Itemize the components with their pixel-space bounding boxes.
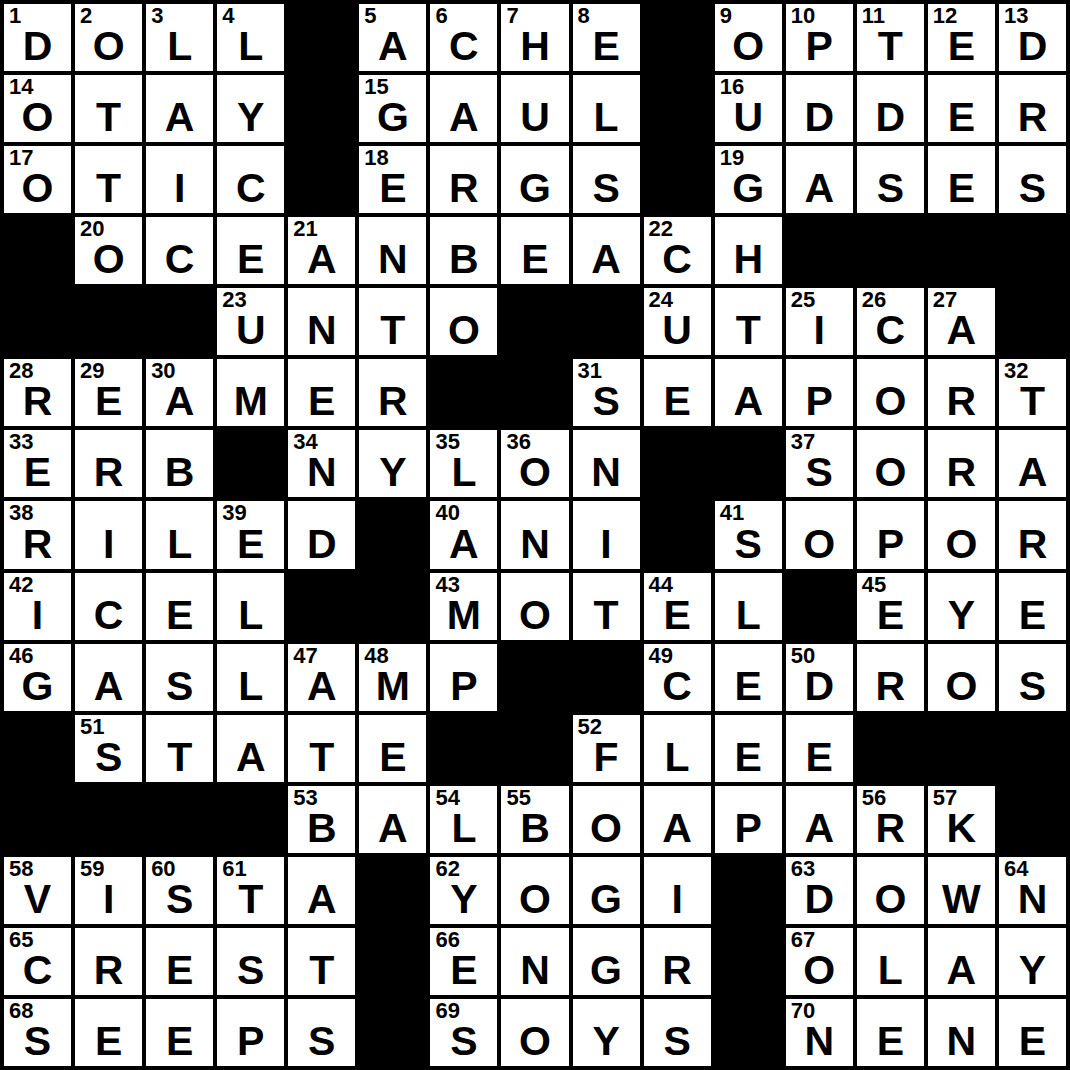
cell-r12c12[interactable]: A [786,786,853,853]
cell-r8c1[interactable]: 38R [4,501,71,568]
black-cell-r6c8 [501,359,568,426]
cell-letter: A [288,239,355,280]
cell-r6c2[interactable]: 29E [75,359,142,426]
cell-r1c1[interactable]: 1D [4,4,71,71]
cell-letter: O [75,239,142,280]
cell-r15c4[interactable]: P [217,999,284,1066]
cell-letter: R [4,524,71,565]
cell-r1c11[interactable]: 9O [715,4,782,71]
cell-r11c6[interactable]: E [359,715,426,782]
cell-letter: E [146,1021,213,1062]
cell-r1c12[interactable]: 10P [786,4,853,71]
cell-letter: O [857,381,924,422]
cell-r10c12[interactable]: 50D [786,644,853,711]
cell-r5c12[interactable]: 25I [786,288,853,355]
cell-letter: E [288,381,355,422]
cell-r12c10[interactable]: A [644,786,711,853]
black-cell-r8c6 [359,501,426,568]
cell-r13c10[interactable]: I [644,857,711,924]
cell-r13c14[interactable]: W [928,857,995,924]
cell-r9c14[interactable]: Y [928,573,995,640]
cell-r12c11[interactable]: P [715,786,782,853]
cell-r4c3[interactable]: C [146,217,213,284]
cell-r14c14[interactable]: A [928,928,995,995]
clue-number: 25 [791,289,815,311]
cell-r2c2[interactable]: T [75,75,142,142]
cell-r12c8[interactable]: 55B [501,786,568,853]
cell-letter: S [217,950,284,991]
cell-r15c1[interactable]: 68S [4,999,71,1066]
cell-r6c9[interactable]: 31S [573,359,640,426]
cell-r14c5[interactable]: T [288,928,355,995]
black-cell-r9c12 [786,573,853,640]
cell-r13c3[interactable]: 60S [146,857,213,924]
cell-r6c11[interactable]: A [715,359,782,426]
cell-r15c10[interactable]: S [644,999,711,1066]
cell-letter: S [999,666,1066,707]
cell-letter: A [928,950,995,991]
cell-r13c5[interactable]: A [288,857,355,924]
cell-r1c6[interactable]: 5A [359,4,426,71]
cell-r8c12[interactable]: O [786,501,853,568]
cell-r10c1[interactable]: 46G [4,644,71,711]
cell-r6c1[interactable]: 28R [4,359,71,426]
cell-r3c13[interactable]: S [857,146,924,213]
cell-r3c14[interactable]: E [928,146,995,213]
cell-r4c11[interactable]: H [715,217,782,284]
cell-r6c12[interactable]: P [786,359,853,426]
cell-letter: C [644,239,711,280]
cell-letter: E [4,452,71,493]
black-cell-r2c10 [644,75,711,142]
cell-r1c3[interactable]: 3L [146,4,213,71]
cell-letter: A [786,168,853,209]
cell-r2c8[interactable]: U [501,75,568,142]
cell-r14c10[interactable]: R [644,928,711,995]
cell-r11c5[interactable]: T [288,715,355,782]
cell-letter: A [644,808,711,849]
cell-r15c5[interactable]: S [288,999,355,1066]
cell-r9c1[interactable]: 42I [4,573,71,640]
cell-r2c9[interactable]: L [573,75,640,142]
black-cell-r5c1 [4,288,71,355]
cell-r9c4[interactable]: L [217,573,284,640]
cell-r12c9[interactable]: O [573,786,640,853]
cell-letter: B [501,808,568,849]
cell-r9c13[interactable]: 45E [857,573,924,640]
cell-r6c3[interactable]: 30A [146,359,213,426]
cell-r13c7[interactable]: 62Y [430,857,497,924]
black-cell-r5c3 [146,288,213,355]
cell-r10c13[interactable]: R [857,644,924,711]
cell-r4c4[interactable]: E [217,217,284,284]
cell-r5c6[interactable]: T [359,288,426,355]
cell-r9c2[interactable]: C [75,573,142,640]
cell-letter: S [430,1021,497,1062]
cell-letter: G [359,97,426,138]
cell-letter: E [786,737,853,778]
cell-letter: A [75,666,142,707]
black-cell-r11c1 [4,715,71,782]
cell-letter: E [715,666,782,707]
cell-letter: N [288,310,355,351]
cell-r9c8[interactable]: O [501,573,568,640]
cell-r15c12[interactable]: 70N [786,999,853,1066]
cell-r10c3[interactable]: S [146,644,213,711]
cell-r4c9[interactable]: A [573,217,640,284]
cell-letter: N [999,879,1066,920]
cell-letter: F [573,737,640,778]
cell-letter: C [217,168,284,209]
cell-r13c9[interactable]: G [573,857,640,924]
cell-r1c2[interactable]: 2O [75,4,142,71]
cell-r8c13[interactable]: P [857,501,924,568]
cell-r10c7[interactable]: P [430,644,497,711]
cell-r8c5[interactable]: D [288,501,355,568]
cell-r2c1[interactable]: 14O [4,75,71,142]
cell-letter: G [4,666,71,707]
cell-r7c1[interactable]: 33E [4,430,71,497]
cell-r1c13[interactable]: 11T [857,4,924,71]
cell-letter: L [146,524,213,565]
cell-letter: M [430,595,497,636]
black-cell-r3c10 [644,146,711,213]
black-cell-r12c4 [217,786,284,853]
cell-r4c8[interactable]: E [501,217,568,284]
cell-r3c9[interactable]: S [573,146,640,213]
cell-r14c8[interactable]: N [501,928,568,995]
black-cell-r5c15 [999,288,1066,355]
cell-r7c6[interactable]: Y [359,430,426,497]
cell-r11c3[interactable]: T [146,715,213,782]
cell-letter: R [857,666,924,707]
cell-letter: O [928,524,995,565]
cell-r7c13[interactable]: O [857,430,924,497]
cell-letter: E [857,595,924,636]
cell-r13c4[interactable]: 61T [217,857,284,924]
cell-r5c13[interactable]: 26C [857,288,924,355]
cell-r8c11[interactable]: 41S [715,501,782,568]
cell-r9c3[interactable]: E [146,573,213,640]
cell-r15c7[interactable]: 69S [430,999,497,1066]
cell-r12c6[interactable]: A [359,786,426,853]
cell-r2c11[interactable]: 16U [715,75,782,142]
cell-letter: O [501,595,568,636]
cell-letter: D [288,524,355,565]
cell-r5c14[interactable]: 27A [928,288,995,355]
cell-letter: L [430,452,497,493]
cell-r13c1[interactable]: 58V [4,857,71,924]
cell-r3c2[interactable]: T [75,146,142,213]
cell-r3c7[interactable]: R [430,146,497,213]
cell-letter: R [928,452,995,493]
cell-letter: N [501,524,568,565]
cell-letter: D [786,879,853,920]
cell-letter: D [999,26,1066,67]
cell-r14c3[interactable]: E [146,928,213,995]
cell-r8c4[interactable]: 39E [217,501,284,568]
cell-r15c15[interactable]: E [999,999,1066,1066]
cell-r2c13[interactable]: D [857,75,924,142]
cell-letter: O [501,1021,568,1062]
black-cell-r13c6 [359,857,426,924]
clue-number: 2 [80,5,92,27]
cell-r3c11[interactable]: 19G [715,146,782,213]
cell-letter: L [217,595,284,636]
black-cell-r1c10 [644,4,711,71]
cell-letter: K [928,808,995,849]
cell-letter: T [573,595,640,636]
cell-r13c12[interactable]: 63D [786,857,853,924]
black-cell-r12c3 [146,786,213,853]
cell-r4c6[interactable]: N [359,217,426,284]
cell-r7c7[interactable]: 35L [430,430,497,497]
cell-r10c2[interactable]: A [75,644,142,711]
cell-letter: L [217,26,284,67]
cell-r14c7[interactable]: 66E [430,928,497,995]
cell-r9c9[interactable]: T [573,573,640,640]
cell-r13c2[interactable]: 59I [75,857,142,924]
cell-letter: R [999,524,1066,565]
cell-r2c12[interactable]: D [786,75,853,142]
cell-r3c6[interactable]: 18E [359,146,426,213]
cell-r3c8[interactable]: G [501,146,568,213]
cell-r9c15[interactable]: E [999,573,1066,640]
cell-letter: L [857,950,924,991]
black-cell-r11c8 [501,715,568,782]
cell-r6c14[interactable]: R [928,359,995,426]
cell-r9c11[interactable]: L [715,573,782,640]
clue-number: 3 [151,5,163,27]
cell-r1c8[interactable]: 7H [501,4,568,71]
cell-letter: E [715,737,782,778]
cell-r13c13[interactable]: O [857,857,924,924]
black-cell-r11c14 [928,715,995,782]
cell-letter: V [4,879,71,920]
cell-r13c8[interactable]: O [501,857,568,924]
cell-r1c14[interactable]: 12E [928,4,995,71]
cell-letter: S [75,737,142,778]
cell-r14c1[interactable]: 65C [4,928,71,995]
cell-letter: R [857,808,924,849]
cell-r2c4[interactable]: Y [217,75,284,142]
cell-letter: L [217,666,284,707]
cell-r12c5[interactable]: 53B [288,786,355,853]
cell-r11c4[interactable]: A [217,715,284,782]
cell-letter: G [715,168,782,209]
cell-letter: O [4,97,71,138]
cell-r5c11[interactable]: T [715,288,782,355]
cell-r4c2[interactable]: 20O [75,217,142,284]
cell-r11c11[interactable]: E [715,715,782,782]
cell-r12c13[interactable]: 56R [857,786,924,853]
cell-r12c7[interactable]: 54L [430,786,497,853]
cell-r5c4[interactable]: 23U [217,288,284,355]
cell-letter: A [928,310,995,351]
cell-r6c5[interactable]: E [288,359,355,426]
cell-letter: R [999,97,1066,138]
cell-r5c7[interactable]: O [430,288,497,355]
cell-letter: P [786,26,853,67]
cell-letter: S [146,666,213,707]
cell-r6c10[interactable]: E [644,359,711,426]
cell-r4c5[interactable]: 21A [288,217,355,284]
cell-letter: U [217,310,284,351]
cell-letter: E [644,595,711,636]
cell-r6c4[interactable]: M [217,359,284,426]
cell-r6c13[interactable]: O [857,359,924,426]
black-cell-r7c4 [217,430,284,497]
cell-r2c14[interactable]: E [928,75,995,142]
cell-letter: S [288,1021,355,1062]
cell-letter: O [715,26,782,67]
black-cell-r4c12 [786,217,853,284]
black-cell-r8c10 [644,501,711,568]
cell-r15c14[interactable]: N [928,999,995,1066]
cell-r14c9[interactable]: G [573,928,640,995]
cell-r11c9[interactable]: 52F [573,715,640,782]
cell-r7c15[interactable]: A [999,430,1066,497]
cell-r2c3[interactable]: A [146,75,213,142]
cell-r12c14[interactable]: 57K [928,786,995,853]
cell-r10c10[interactable]: 49C [644,644,711,711]
cell-letter: T [715,310,782,351]
cell-letter: N [501,950,568,991]
cell-r7c2[interactable]: R [75,430,142,497]
black-cell-r4c15 [999,217,1066,284]
cell-letter: E [359,168,426,209]
cell-r9c10[interactable]: 44E [644,573,711,640]
cell-letter: S [715,524,782,565]
cell-letter: A [217,737,284,778]
cell-r4c10[interactable]: 22C [644,217,711,284]
cell-r15c13[interactable]: E [857,999,924,1066]
cell-r4c7[interactable]: B [430,217,497,284]
cell-r7c9[interactable]: N [573,430,640,497]
black-cell-r11c15 [999,715,1066,782]
cell-r11c12[interactable]: E [786,715,853,782]
cell-letter: A [146,97,213,138]
cell-r1c9[interactable]: 8E [573,4,640,71]
cell-r3c3[interactable]: I [146,146,213,213]
cell-letter: H [501,26,568,67]
cell-letter: D [857,97,924,138]
cell-letter: G [501,168,568,209]
cell-letter: Y [430,879,497,920]
cell-r3c15[interactable]: S [999,146,1066,213]
cell-r13c15[interactable]: 64N [999,857,1066,924]
cell-letter: N [573,452,640,493]
cell-r14c13[interactable]: L [857,928,924,995]
cell-r3c1[interactable]: 17O [4,146,71,213]
black-cell-r2c5 [288,75,355,142]
black-cell-r7c11 [715,430,782,497]
cell-letter: Y [359,452,426,493]
cell-r5c5[interactable]: N [288,288,355,355]
cell-r8c15[interactable]: R [999,501,1066,568]
cell-r10c14[interactable]: O [928,644,995,711]
cell-r8c2[interactable]: I [75,501,142,568]
cell-letter: A [430,97,497,138]
cell-r2c15[interactable]: R [999,75,1066,142]
cell-r7c12[interactable]: 37S [786,430,853,497]
cell-r11c2[interactable]: 51S [75,715,142,782]
cell-r7c3[interactable]: B [146,430,213,497]
cell-letter: P [430,666,497,707]
black-cell-r14c11 [715,928,782,995]
cell-r2c7[interactable]: A [430,75,497,142]
cell-r9c7[interactable]: 43M [430,573,497,640]
cell-r1c4[interactable]: 4L [217,4,284,71]
cell-letter: E [359,737,426,778]
clue-number: 9 [720,5,732,27]
cell-letter: U [644,310,711,351]
cell-r8c3[interactable]: L [146,501,213,568]
cell-r10c6[interactable]: 48M [359,644,426,711]
cell-letter: C [644,666,711,707]
cell-r7c8[interactable]: 36O [501,430,568,497]
cell-r6c6[interactable]: R [359,359,426,426]
cell-r10c5[interactable]: 47A [288,644,355,711]
cell-letter: D [4,26,71,67]
black-cell-r15c6 [359,999,426,1066]
cell-r7c14[interactable]: R [928,430,995,497]
cell-r3c4[interactable]: C [217,146,284,213]
cell-letter: E [928,97,995,138]
cell-letter: P [786,381,853,422]
cell-r5c10[interactable]: 24U [644,288,711,355]
cell-r6c15[interactable]: 32T [999,359,1066,426]
cell-r14c15[interactable]: Y [999,928,1066,995]
cell-r8c9[interactable]: I [573,501,640,568]
cell-letter: L [715,595,782,636]
cell-r1c15[interactable]: 13D [999,4,1066,71]
cell-r10c15[interactable]: S [999,644,1066,711]
cell-r14c12[interactable]: 67O [786,928,853,995]
cell-letter: D [786,666,853,707]
cell-letter: Y [999,950,1066,991]
black-cell-r13c11 [715,857,782,924]
cell-r14c4[interactable]: S [217,928,284,995]
black-cell-r10c9 [573,644,640,711]
cell-r14c2[interactable]: R [75,928,142,995]
cell-r11c10[interactable]: L [644,715,711,782]
cell-r10c4[interactable]: L [217,644,284,711]
cell-r15c2[interactable]: E [75,999,142,1066]
cell-r8c7[interactable]: 40A [430,501,497,568]
cell-r15c3[interactable]: E [146,999,213,1066]
cell-letter: N [288,452,355,493]
cell-letter: L [644,737,711,778]
cell-letter: L [430,808,497,849]
cell-letter: N [359,239,426,280]
black-cell-r10c8 [501,644,568,711]
cell-r8c14[interactable]: O [928,501,995,568]
clue-number: 42 [9,574,33,596]
cell-r15c9[interactable]: Y [573,999,640,1066]
cell-r2c6[interactable]: 15G [359,75,426,142]
cell-letter: I [786,310,853,351]
cell-r10c11[interactable]: E [715,644,782,711]
cell-r1c7[interactable]: 6C [430,4,497,71]
cell-letter: N [786,1021,853,1062]
cell-r3c12[interactable]: A [786,146,853,213]
cell-r7c5[interactable]: 34N [288,430,355,497]
cell-r15c8[interactable]: O [501,999,568,1066]
cell-r8c8[interactable]: N [501,501,568,568]
cell-letter: I [4,595,71,636]
cell-letter: C [4,950,71,991]
